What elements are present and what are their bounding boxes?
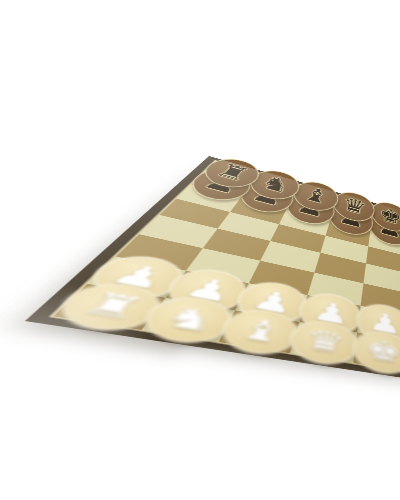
piece-glyph: ♚ xyxy=(364,335,400,368)
piece-glyph: ♝ xyxy=(233,313,287,348)
board-square: ♚ xyxy=(353,332,400,372)
board-square: ♜ xyxy=(204,161,258,184)
board-square: ♛ xyxy=(334,195,374,217)
piece-white-king: ♚ xyxy=(350,327,400,378)
piece-glyph: ♛ xyxy=(340,194,367,218)
board-square: ♝ xyxy=(219,310,299,353)
piece-glyph: ♚ xyxy=(378,204,400,228)
piece-glyph: ♞ xyxy=(157,301,222,337)
piece-glyph: ♜ xyxy=(211,160,254,184)
piece-glyph: ♞ xyxy=(257,172,294,196)
piece-glyph: ♝ xyxy=(300,183,332,207)
depth-of-field-blur-corner xyxy=(0,280,160,440)
board-square: ♝ xyxy=(293,184,337,207)
piece-glyph: ♛ xyxy=(302,325,347,359)
board-square: ♛ xyxy=(289,322,357,363)
photo-stage: ♜♞♝♛♚♝♞♜♟♟♟♟♟♟♟♟♟♟♟♟♟♟♟♟♜♞♝♛♚♝♞♜ xyxy=(0,0,400,500)
